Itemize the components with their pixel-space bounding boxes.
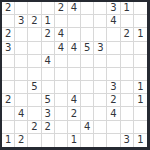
grid-cell-r10c4[interactable]: 2: [42, 121, 55, 134]
grid-cell-r2c8[interactable]: [94, 15, 107, 28]
grid-cell-r5c11[interactable]: [134, 55, 147, 68]
grid-cell-r6c8[interactable]: [94, 68, 107, 81]
grid-cell-r3c11[interactable]: 1: [134, 28, 147, 41]
grid-cell-r11c6[interactable]: 1: [68, 134, 81, 147]
grid-cell-r11c8[interactable]: [94, 134, 107, 147]
grid-cell-r10c5[interactable]: [55, 121, 68, 134]
grid-cell-r10c11[interactable]: [134, 121, 147, 134]
grid-cell-r6c2[interactable]: [15, 68, 28, 81]
grid-cell-r1c2[interactable]: [15, 2, 28, 15]
grid-cell-r9c8[interactable]: [94, 107, 107, 120]
grid-cell-r9c11[interactable]: [134, 107, 147, 120]
grid-cell-r2c6[interactable]: [68, 15, 81, 28]
grid-cell-r1c10[interactable]: 1: [121, 2, 134, 15]
grid-cell-r6c10[interactable]: [121, 68, 134, 81]
grid-cell-r9c10[interactable]: [121, 107, 134, 120]
puzzle-grid: 2243132142242134453453125421432422412131: [0, 0, 150, 150]
grid-cell-r4c4[interactable]: [42, 42, 55, 55]
grid-cell-r3c7[interactable]: [81, 28, 94, 41]
grid-cell-r5c9[interactable]: [107, 55, 120, 68]
grid-cell-r8c9[interactable]: 2: [107, 94, 120, 107]
grid-cell-r1c11[interactable]: [134, 2, 147, 15]
grid-cell-r4c9[interactable]: [107, 42, 120, 55]
grid-cell-r5c1[interactable]: [2, 55, 15, 68]
grid-cell-r4c5[interactable]: 4: [55, 42, 68, 55]
grid-cell-r7c4[interactable]: [42, 81, 55, 94]
grid-cell-r5c2[interactable]: [15, 55, 28, 68]
grid-cell-r2c3[interactable]: 2: [28, 15, 41, 28]
grid-cell-r7c8[interactable]: [94, 81, 107, 94]
grid-cell-r4c3[interactable]: [28, 42, 41, 55]
grid-cell-r1c4[interactable]: [42, 2, 55, 15]
grid-cell-r1c6[interactable]: 4: [68, 2, 81, 15]
grid-cell-r11c9[interactable]: [107, 134, 120, 147]
grid-cell-r4c7[interactable]: 5: [81, 42, 94, 55]
grid-cell-r8c6[interactable]: 4: [68, 94, 81, 107]
grid-cell-r7c3[interactable]: 5: [28, 81, 41, 94]
grid-cell-r4c2[interactable]: [15, 42, 28, 55]
grid-cell-r6c6[interactable]: [68, 68, 81, 81]
grid-cell-r11c1[interactable]: 1: [2, 134, 15, 147]
grid-cell-r2c11[interactable]: [134, 15, 147, 28]
grid-cell-r8c7[interactable]: [81, 94, 94, 107]
grid-cell-r11c11[interactable]: 1: [134, 134, 147, 147]
grid-cell-r2c7[interactable]: [81, 15, 94, 28]
grid-cell-r6c11[interactable]: [134, 68, 147, 81]
grid-cell-r11c10[interactable]: 3: [121, 134, 134, 147]
grid-cell-r9c6[interactable]: 2: [68, 107, 81, 120]
grid-cell-r7c1[interactable]: [2, 81, 15, 94]
grid-cell-r5c6[interactable]: [68, 55, 81, 68]
grid-cell-r7c7[interactable]: [81, 81, 94, 94]
grid-cell-r9c4[interactable]: 3: [42, 107, 55, 120]
grid-cell-r4c8[interactable]: 3: [94, 42, 107, 55]
grid-cell-r11c7[interactable]: [81, 134, 94, 147]
grid-cell-r11c2[interactable]: 2: [15, 134, 28, 147]
grid-cell-r4c11[interactable]: [134, 42, 147, 55]
grid-cell-r1c5[interactable]: 2: [55, 2, 68, 15]
grid-cell-r6c3[interactable]: [28, 68, 41, 81]
grid-cell-r5c3[interactable]: [28, 55, 41, 68]
grid-cell-r8c5[interactable]: [55, 94, 68, 107]
grid-cell-r1c7[interactable]: [81, 2, 94, 15]
grid-cell-r7c5[interactable]: [55, 81, 68, 94]
grid-cell-r2c9[interactable]: 4: [107, 15, 120, 28]
grid-cell-r10c10[interactable]: [121, 121, 134, 134]
grid-cell-r5c10[interactable]: [121, 55, 134, 68]
grid-cell-r10c3[interactable]: 2: [28, 121, 41, 134]
grid-cell-r3c6[interactable]: [68, 28, 81, 41]
grid-cell-r1c3[interactable]: [28, 2, 41, 15]
grid-cell-r9c7[interactable]: [81, 107, 94, 120]
grid-cell-r5c5[interactable]: [55, 55, 68, 68]
grid-cell-r10c1[interactable]: [2, 121, 15, 134]
grid-cell-r3c1[interactable]: 2: [2, 28, 15, 41]
grid-cell-r8c11[interactable]: 1: [134, 94, 147, 107]
grid-cell-r10c8[interactable]: [94, 121, 107, 134]
grid-cell-r1c9[interactable]: 3: [107, 2, 120, 15]
grid-cell-r4c1[interactable]: 3: [2, 42, 15, 55]
grid-cell-r3c4[interactable]: 2: [42, 28, 55, 41]
grid-cell-r2c2[interactable]: 3: [15, 15, 28, 28]
grid-cell-r10c6[interactable]: [68, 121, 81, 134]
grid-cell-r3c9[interactable]: [107, 28, 120, 41]
grid-cell-r4c10[interactable]: [121, 42, 134, 55]
grid-cell-r1c1[interactable]: 2: [2, 2, 15, 15]
grid-cell-r2c5[interactable]: [55, 15, 68, 28]
grid-cell-r9c2[interactable]: 4: [15, 107, 28, 120]
grid-cell-r4c6[interactable]: 4: [68, 42, 81, 55]
grid-cell-r2c10[interactable]: [121, 15, 134, 28]
grid-cell-r2c4[interactable]: 1: [42, 15, 55, 28]
grid-cell-r7c6[interactable]: [68, 81, 81, 94]
grid-cell-r5c8[interactable]: [94, 55, 107, 68]
grid-cell-r8c3[interactable]: [28, 94, 41, 107]
grid-cell-r7c2[interactable]: [15, 81, 28, 94]
grid-cell-r7c9[interactable]: 3: [107, 81, 120, 94]
grid-cell-r6c4[interactable]: [42, 68, 55, 81]
grid-cell-r5c4[interactable]: 4: [42, 55, 55, 68]
grid-cell-r1c8[interactable]: [94, 2, 107, 15]
grid-cell-r6c5[interactable]: [55, 68, 68, 81]
grid-cell-r8c4[interactable]: 5: [42, 94, 55, 107]
grid-cell-r9c9[interactable]: 4: [107, 107, 120, 120]
grid-cell-r8c2[interactable]: [15, 94, 28, 107]
grid-cell-r2c1[interactable]: [2, 15, 15, 28]
grid-cell-r3c10[interactable]: 2: [121, 28, 134, 41]
grid-cell-r8c1[interactable]: 2: [2, 94, 15, 107]
grid-cell-r10c7[interactable]: 4: [81, 121, 94, 134]
grid-cell-r6c1[interactable]: [2, 68, 15, 81]
grid-cell-r6c9[interactable]: [107, 68, 120, 81]
grid-cell-r9c5[interactable]: [55, 107, 68, 120]
grid-cell-r7c10[interactable]: [121, 81, 134, 94]
grid-cell-r3c3[interactable]: [28, 28, 41, 41]
grid-cell-r9c1[interactable]: [2, 107, 15, 120]
grid-cell-r5c7[interactable]: [81, 55, 94, 68]
grid-cell-r3c8[interactable]: [94, 28, 107, 41]
grid-cell-r11c4[interactable]: [42, 134, 55, 147]
grid-cell-r3c2[interactable]: [15, 28, 28, 41]
grid-cell-r11c3[interactable]: [28, 134, 41, 147]
grid-cell-r11c5[interactable]: [55, 134, 68, 147]
grid-cell-r8c10[interactable]: [121, 94, 134, 107]
grid-cell-r6c7[interactable]: [81, 68, 94, 81]
grid-cell-r10c2[interactable]: [15, 121, 28, 134]
grid-cell-r8c8[interactable]: [94, 94, 107, 107]
grid-cell-r7c11[interactable]: 1: [134, 81, 147, 94]
grid-cell-r3c5[interactable]: 4: [55, 28, 68, 41]
grid-cell-r9c3[interactable]: [28, 107, 41, 120]
grid-cell-r10c9[interactable]: [107, 121, 120, 134]
